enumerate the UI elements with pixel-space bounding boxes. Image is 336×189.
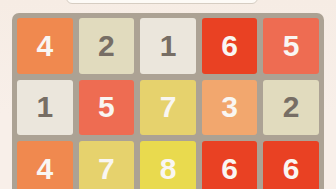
tile-r2c5: 2 <box>263 80 319 136</box>
tile-r1c5: 5 <box>263 18 319 74</box>
tile-r1c4: 6 <box>202 18 258 74</box>
tile-r2c2: 5 <box>79 80 135 136</box>
puzzle-board[interactable]: 4 2 1 6 5 1 5 7 3 2 4 7 8 6 6 <box>12 13 324 189</box>
tile-r3c5: 6 <box>263 141 319 189</box>
game-screen: 4 2 1 6 5 1 5 7 3 2 4 7 8 6 6 <box>0 0 336 189</box>
tile-r2c4: 3 <box>202 80 258 136</box>
tile-r2c3: 7 <box>140 80 196 136</box>
tile-r1c1: 4 <box>17 18 73 74</box>
tile-r2c1: 1 <box>17 80 73 136</box>
tile-r1c2: 2 <box>79 18 135 74</box>
tile-r1c3: 1 <box>140 18 196 74</box>
tile-r3c2: 7 <box>79 141 135 189</box>
tile-r3c4: 6 <box>202 141 258 189</box>
tile-r3c3: 8 <box>140 141 196 189</box>
tile-r3c1: 4 <box>17 141 73 189</box>
top-panel-edge <box>66 0 258 4</box>
